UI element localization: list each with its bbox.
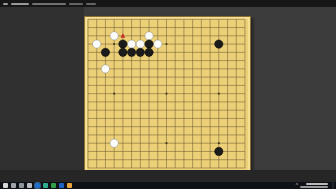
go-stone-black [119, 48, 127, 56]
taskbar-app-icon[interactable] [43, 183, 48, 188]
go-stone-black [215, 147, 223, 155]
last-move-marker [120, 33, 125, 38]
go-stone-white [127, 40, 135, 48]
taskbar-app-icon[interactable] [51, 183, 56, 188]
go-stone-black [145, 40, 153, 48]
go-stone-black [119, 40, 127, 48]
title-text-segment [69, 3, 83, 5]
taskbar-app-icon[interactable] [19, 183, 24, 188]
taskbar-icons [0, 183, 72, 188]
title-text-segment [11, 3, 29, 5]
taskbar-app-icon[interactable] [35, 183, 40, 188]
title-bar [0, 0, 336, 7]
taskbar-app-icon[interactable] [67, 183, 72, 188]
go-stone-white [145, 32, 153, 40]
taskbar: ^ [0, 182, 336, 189]
go-stone-white [154, 40, 162, 48]
system-tray[interactable]: ^ [296, 182, 334, 189]
go-stone-white [110, 139, 118, 147]
taskbar-app-icon[interactable] [11, 183, 16, 188]
go-board[interactable] [84, 16, 251, 173]
go-stone-black [136, 48, 144, 56]
clock-area[interactable] [300, 183, 328, 188]
go-stone-black [215, 40, 223, 48]
app-icon [3, 3, 8, 5]
go-stone-black [145, 48, 153, 56]
go-stone-white [93, 40, 101, 48]
taskbar-app-icon[interactable] [59, 183, 64, 188]
tray-expand-icon[interactable]: ^ [296, 183, 298, 188]
go-stone-white [110, 32, 118, 40]
control-bar: 17/17 ◀◀ ▶▶ ··· [0, 170, 336, 182]
go-stone-white [101, 65, 109, 73]
title-text-segment [32, 3, 66, 5]
title-text-segment [86, 3, 96, 5]
show-desktop-button[interactable] [332, 182, 334, 189]
go-stone-white [136, 40, 144, 48]
main-area [0, 7, 336, 170]
taskbar-app-icon[interactable] [27, 183, 32, 188]
taskbar-app-icon[interactable] [3, 183, 8, 188]
go-stone-black [127, 48, 135, 56]
go-stone-black [101, 48, 109, 56]
